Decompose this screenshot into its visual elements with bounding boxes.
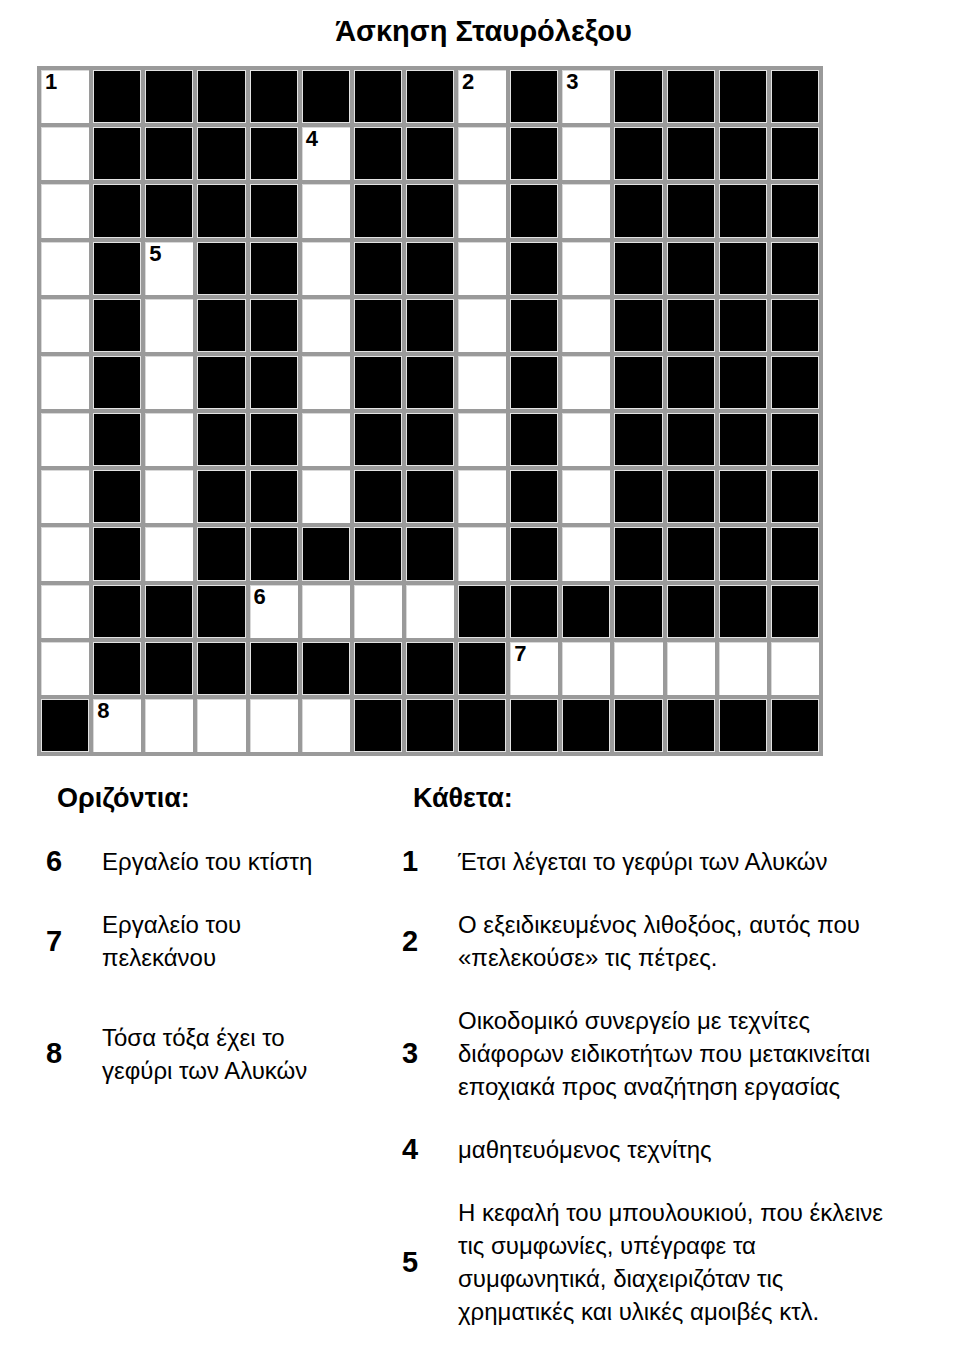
black-cell [510,70,558,123]
black-cell [458,699,506,752]
white-cell[interactable] [41,356,89,409]
white-cell[interactable] [41,242,89,295]
black-cell [145,585,193,638]
black-cell [145,642,193,695]
black-cell [510,356,558,409]
white-cell[interactable] [302,299,350,352]
black-cell [510,184,558,237]
clue-number: 4 [396,1133,458,1166]
cell-number: 1 [45,70,57,94]
black-cell [510,242,558,295]
black-cell [93,642,141,695]
white-cell[interactable] [562,356,610,409]
black-cell [406,642,454,695]
black-cell [667,70,715,123]
black-cell [250,184,298,237]
clue-text-line: Τόσα τόξα έχει το [102,1021,307,1054]
white-cell[interactable] [41,470,89,523]
black-cell [667,299,715,352]
black-cell [406,527,454,580]
black-cell [771,299,819,352]
white-cell[interactable] [562,527,610,580]
white-cell[interactable] [145,356,193,409]
white-cell[interactable] [302,470,350,523]
black-cell [719,184,767,237]
white-cell[interactable] [458,413,506,466]
black-cell [771,242,819,295]
black-cell [510,527,558,580]
black-cell [719,470,767,523]
black-cell [354,413,402,466]
black-cell [197,70,245,123]
white-cell[interactable] [562,299,610,352]
clue-number: 5 [396,1246,458,1279]
white-cell[interactable] [302,699,350,752]
black-cell [354,127,402,180]
black-cell [302,642,350,695]
black-cell [406,699,454,752]
black-cell [510,699,558,752]
black-cell [250,356,298,409]
clue-item-down-5: 5Η κεφαλή του μπουλουκιού, που έκλεινετι… [396,1196,928,1328]
white-cell[interactable] [719,642,767,695]
page-title: Άσκηση Σταυρόλεξου [0,14,967,48]
white-cell[interactable] [458,242,506,295]
black-cell [302,527,350,580]
black-cell [614,413,662,466]
black-cell [197,642,245,695]
cell-number: 6 [254,585,266,609]
black-cell [302,70,350,123]
white-cell[interactable] [41,413,89,466]
black-cell [93,356,141,409]
black-cell [406,299,454,352]
white-cell[interactable] [145,527,193,580]
down-heading: Κάθετα: [396,782,928,815]
black-cell [93,184,141,237]
black-cell [562,585,610,638]
white-cell[interactable] [145,299,193,352]
white-cell[interactable] [667,642,715,695]
clue-text-line: γεφύρι των Αλυκών [102,1054,307,1087]
white-cell[interactable]: 7 [510,642,558,695]
black-cell [719,699,767,752]
black-cell [667,127,715,180]
clue-text-line: Ο εξειδικευμένος λιθοξόος, αυτός που [458,908,860,941]
black-cell [667,356,715,409]
black-cell [771,70,819,123]
black-cell [614,527,662,580]
across-heading: Οριζόντια: [40,782,396,815]
white-cell[interactable] [562,127,610,180]
black-cell [197,470,245,523]
white-cell[interactable] [406,585,454,638]
white-cell[interactable] [41,585,89,638]
black-cell [771,527,819,580]
black-cell [510,585,558,638]
black-cell [93,585,141,638]
black-cell [719,356,767,409]
black-cell [406,184,454,237]
black-cell [719,127,767,180]
black-cell [667,184,715,237]
clue-text: Εργαλείο τουπελεκάνου [102,908,241,974]
white-cell[interactable]: 1 [41,70,89,123]
black-cell [458,585,506,638]
white-cell[interactable]: 5 [145,242,193,295]
black-cell [771,356,819,409]
white-cell[interactable] [41,184,89,237]
clue-text-line: Εργαλείο του κτίστη [102,845,312,878]
clue-item-across-6: 6Εργαλείο του κτίστη [40,845,396,878]
cell-number: 8 [97,699,109,723]
white-cell[interactable] [197,699,245,752]
white-cell[interactable] [562,184,610,237]
black-cell [667,242,715,295]
black-cell [719,70,767,123]
black-cell [93,127,141,180]
cell-number: 4 [306,127,318,151]
black-cell [771,470,819,523]
clue-text-line: «πελεκούσε» τις πέτρες. [458,941,860,974]
clue-number: 6 [40,845,102,878]
crossword-grid: 12345678 [37,66,823,756]
cell-number: 5 [149,242,161,266]
clue-text: Τόσα τόξα έχει τογεφύρι των Αλυκών [102,1021,307,1087]
black-cell [510,470,558,523]
black-cell [197,184,245,237]
black-cell [406,127,454,180]
clue-text-line: συμφωνητικά, διαχειριζόταν τις [458,1262,883,1295]
black-cell [406,70,454,123]
black-cell [614,699,662,752]
cell-number: 3 [566,70,578,94]
black-cell [354,642,402,695]
clue-item-across-8: 8Τόσα τόξα έχει τογεφύρι των Αλυκών [40,1004,396,1103]
white-cell[interactable] [562,470,610,523]
black-cell [354,70,402,123]
clue-text: Έτσι λέγεται το γεφύρι των Αλυκών [458,845,828,878]
black-cell [510,127,558,180]
clue-text: Ο εξειδικευμένος λιθοξόος, αυτός που«πελ… [458,908,860,974]
white-cell[interactable] [354,585,402,638]
black-cell [354,299,402,352]
black-cell [197,585,245,638]
white-cell[interactable] [562,642,610,695]
black-cell [614,242,662,295]
white-cell[interactable]: 2 [458,70,506,123]
black-cell [614,127,662,180]
clue-number: 1 [396,845,458,878]
white-cell[interactable] [302,585,350,638]
black-cell [406,470,454,523]
black-cell [145,70,193,123]
white-cell[interactable]: 3 [562,70,610,123]
white-cell[interactable] [145,413,193,466]
clue-text: Εργαλείο του κτίστη [102,845,312,878]
black-cell [250,642,298,695]
clue-item-down-3: 3Οικοδομικό συνεργείο με τεχνίτεςδιάφορω… [396,1004,928,1103]
clue-text-line: μαθητευόμενος τεχνίτης [458,1133,712,1166]
black-cell [667,470,715,523]
black-cell [406,242,454,295]
black-cell [354,699,402,752]
clue-text-line: διάφορων ειδικοτήτων που μετακινείται [458,1037,870,1070]
black-cell [614,184,662,237]
black-cell [354,242,402,295]
black-cell [510,299,558,352]
black-cell [41,699,89,752]
clue-text-line: πελεκάνου [102,941,241,974]
clue-number: 7 [40,925,102,958]
white-cell[interactable] [458,127,506,180]
black-cell [406,413,454,466]
black-cell [250,413,298,466]
black-cell [719,413,767,466]
clue-text: Η κεφαλή του μπουλουκιού, που έκλεινετις… [458,1196,883,1328]
black-cell [197,413,245,466]
cell-number: 7 [514,642,526,666]
black-cell [771,127,819,180]
black-cell [93,413,141,466]
black-cell [771,699,819,752]
black-cell [771,413,819,466]
white-cell[interactable] [458,184,506,237]
white-cell[interactable] [302,413,350,466]
black-cell [354,356,402,409]
cell-number: 2 [462,70,474,94]
clue-item-down-4: 4μαθητευόμενος τεχνίτης [396,1133,928,1166]
black-cell [667,527,715,580]
white-cell[interactable]: 4 [302,127,350,180]
black-cell [614,70,662,123]
clue-text: μαθητευόμενος τεχνίτης [458,1133,712,1166]
black-cell [145,184,193,237]
black-cell [614,585,662,638]
white-cell[interactable] [250,699,298,752]
black-cell [354,184,402,237]
clue-text-line: Εργαλείο του [102,908,241,941]
black-cell [719,242,767,295]
black-cell [197,127,245,180]
black-cell [250,70,298,123]
white-cell[interactable] [302,356,350,409]
black-cell [667,699,715,752]
white-cell[interactable] [145,470,193,523]
clue-text-line: χρηματικές και υλικές αμοιβές κτλ. [458,1295,883,1328]
black-cell [406,356,454,409]
white-cell[interactable] [41,299,89,352]
black-cell [510,413,558,466]
black-cell [614,470,662,523]
black-cell [250,127,298,180]
white-cell[interactable] [458,299,506,352]
white-cell[interactable] [41,642,89,695]
white-cell[interactable] [771,642,819,695]
black-cell [197,242,245,295]
clue-number: 8 [40,1037,102,1070]
white-cell[interactable]: 8 [93,699,141,752]
white-cell[interactable] [458,470,506,523]
black-cell [614,299,662,352]
black-cell [250,242,298,295]
clue-item-down-1: 1Έτσι λέγεται το γεφύρι των Αλυκών [396,845,928,878]
black-cell [667,413,715,466]
black-cell [93,242,141,295]
black-cell [562,699,610,752]
clue-number: 3 [396,1037,458,1070]
white-cell[interactable] [302,184,350,237]
black-cell [93,527,141,580]
black-cell [93,70,141,123]
clues-section: Οριζόντια: Κάθετα: 6Εργαλείο του κτίστη7… [40,782,967,1328]
white-cell[interactable] [562,242,610,295]
white-cell[interactable] [458,356,506,409]
black-cell [197,356,245,409]
black-cell [771,184,819,237]
black-cell [719,527,767,580]
black-cell [667,585,715,638]
black-cell [250,527,298,580]
clue-text-line: εποχιακά προς αναζήτηση εργασίας [458,1070,870,1103]
black-cell [354,470,402,523]
white-cell[interactable] [562,413,610,466]
black-cell [719,585,767,638]
black-cell [250,470,298,523]
white-cell[interactable] [41,527,89,580]
black-cell [354,527,402,580]
black-cell [614,356,662,409]
white-cell[interactable] [145,699,193,752]
white-cell[interactable]: 6 [250,585,298,638]
black-cell [197,299,245,352]
clue-text: Οικοδομικό συνεργείο με τεχνίτεςδιάφορων… [458,1004,870,1103]
black-cell [458,642,506,695]
black-cell [250,299,298,352]
black-cell [197,527,245,580]
white-cell[interactable] [614,642,662,695]
clue-number: 2 [396,925,458,958]
black-cell [145,127,193,180]
clue-text-line: Οικοδομικό συνεργείο με τεχνίτες [458,1004,870,1037]
clue-item-across-7: 7Εργαλείο τουπελεκάνου [40,908,396,974]
black-cell [93,470,141,523]
black-cell [771,585,819,638]
clue-text-line: τις συμφωνίες, υπέγραφε τα [458,1229,883,1262]
black-cell [719,299,767,352]
clue-text-line: Έτσι λέγεται το γεφύρι των Αλυκών [458,845,828,878]
black-cell [93,299,141,352]
white-cell[interactable] [302,242,350,295]
white-cell[interactable] [41,127,89,180]
clue-item-down-2: 2Ο εξειδικευμένος λιθοξόος, αυτός που«πε… [396,908,928,974]
clue-text-line: Η κεφαλή του μπουλουκιού, που έκλεινε [458,1196,883,1229]
white-cell[interactable] [458,527,506,580]
